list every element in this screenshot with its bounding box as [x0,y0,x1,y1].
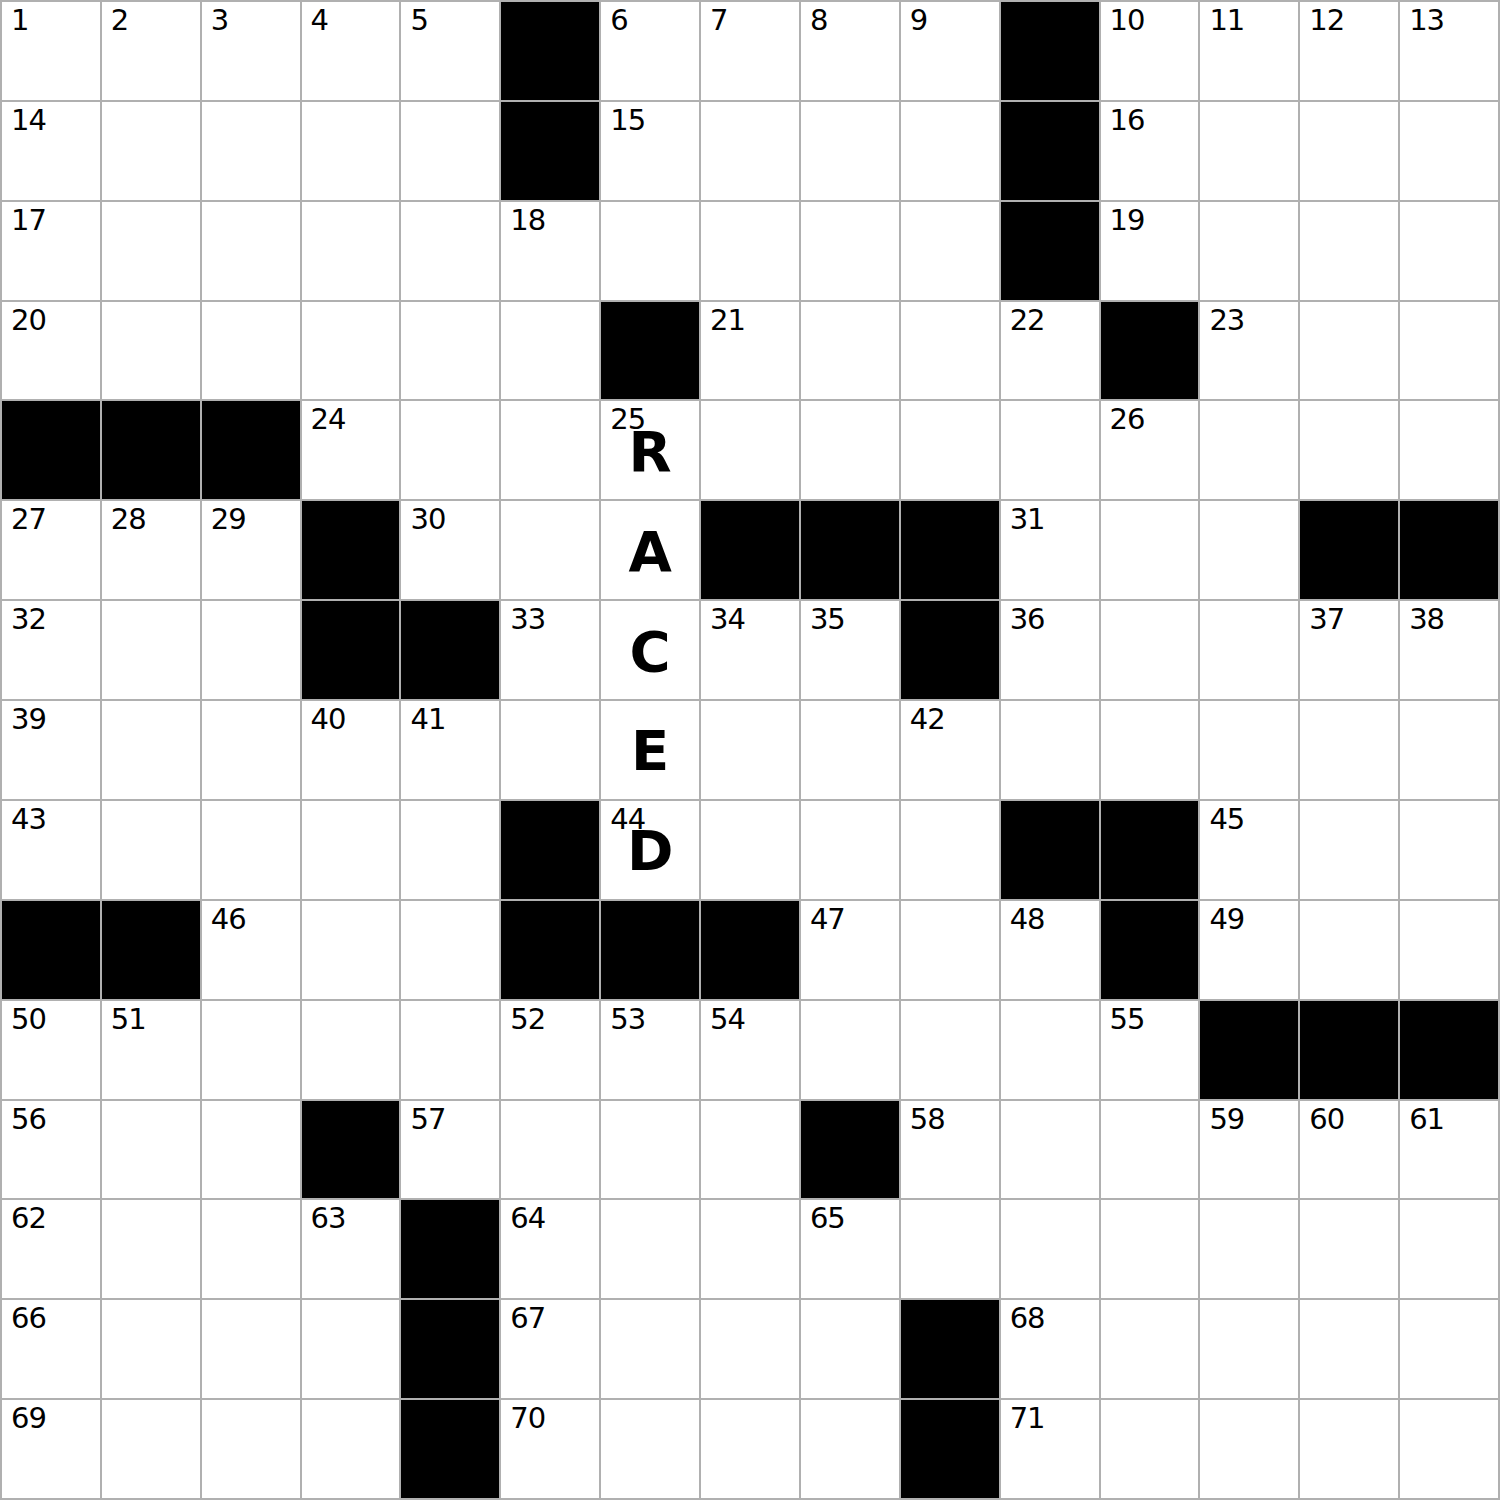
cell-r12c14[interactable]: 60 [1300,1101,1398,1199]
black-cell-r10c12 [1101,901,1199,999]
clue-number: 26 [1110,405,1145,434]
cell-r9c13[interactable]: 45 [1200,801,1298,899]
cell-r1c7[interactable]: 6 [601,2,699,100]
clue-number: 18 [510,206,545,235]
cell-r12c1[interactable]: 56 [2,1101,100,1199]
cell-r10c9[interactable]: 47 [801,901,899,999]
cell-r4c14[interactable] [1300,302,1398,400]
cell-r12c5[interactable]: 57 [401,1101,499,1199]
cell-r13c7[interactable] [601,1200,699,1298]
cell-r5c5[interactable] [401,401,499,499]
cell-r5c12[interactable]: 26 [1101,401,1199,499]
cell-r13c1[interactable]: 62 [2,1200,100,1298]
cell-r9c14[interactable] [1300,801,1398,899]
clue-number: 8 [810,6,827,35]
cell-r1c10[interactable]: 9 [901,2,999,100]
clue-number: 40 [311,705,346,734]
cell-r3c14[interactable] [1300,202,1398,300]
cell-r8c9[interactable] [801,701,899,799]
clue-number: 66 [11,1304,46,1333]
cell-r12c2[interactable] [102,1101,200,1199]
cell-r15c3[interactable] [202,1400,300,1498]
clue-number: 36 [1010,605,1045,634]
cell-r10c3[interactable]: 46 [202,901,300,999]
black-cell-r11c14 [1300,1001,1398,1099]
black-cell-r4c12 [1101,302,1199,400]
cell-r2c15[interactable] [1400,102,1498,200]
cell-r1c5[interactable]: 5 [401,2,499,100]
cell-r7c3[interactable] [202,601,300,699]
cell-letter: A [601,501,699,599]
cell-r10c13[interactable]: 49 [1200,901,1298,999]
clue-number: 52 [510,1005,545,1034]
cell-r13c2[interactable] [102,1200,200,1298]
cell-r1c2[interactable]: 2 [102,2,200,100]
cell-r2c5[interactable] [401,102,499,200]
clue-number: 60 [1309,1105,1344,1134]
cell-r3c2[interactable] [102,202,200,300]
cell-r8c4[interactable]: 40 [302,701,400,799]
cell-r5c4[interactable]: 24 [302,401,400,499]
cell-r4c6[interactable] [501,302,599,400]
cell-r6c5[interactable]: 30 [401,501,499,599]
clue-number: 41 [410,705,445,734]
clue-number: 10 [1110,6,1145,35]
cell-r7c11[interactable]: 36 [1001,601,1099,699]
cell-r7c13[interactable] [1200,601,1298,699]
cell-r11c2[interactable]: 51 [102,1001,200,1099]
cell-r3c10[interactable] [901,202,999,300]
clue-number: 34 [710,605,745,634]
cell-r14c12[interactable] [1101,1300,1199,1398]
clue-number: 61 [1409,1105,1444,1134]
cell-r1c3[interactable]: 3 [202,2,300,100]
cell-r11c4[interactable] [302,1001,400,1099]
cell-r3c12[interactable]: 19 [1101,202,1199,300]
cell-r15c11[interactable]: 71 [1001,1400,1099,1498]
cell-r15c14[interactable] [1300,1400,1398,1498]
cell-r15c13[interactable] [1200,1400,1298,1498]
cell-letter: C [601,601,699,699]
cell-r7c8[interactable]: 34 [701,601,799,699]
cell-r9c7[interactable]: 44D [601,801,699,899]
cell-r13c6[interactable]: 64 [501,1200,599,1298]
cell-r3c3[interactable] [202,202,300,300]
clue-number: 12 [1309,6,1344,35]
clue-number: 39 [11,705,46,734]
cell-r14c2[interactable] [102,1300,200,1398]
cell-r14c14[interactable] [1300,1300,1398,1398]
clue-number: 35 [810,605,845,634]
black-cell-r4c7 [601,302,699,400]
cell-r3c1[interactable]: 17 [2,202,100,300]
clue-number: 2 [111,6,128,35]
cell-r1c8[interactable]: 7 [701,2,799,100]
black-cell-r7c5 [401,601,499,699]
black-cell-r14c10 [901,1300,999,1398]
cell-r5c15[interactable] [1400,401,1498,499]
cell-r3c8[interactable] [701,202,799,300]
clue-number: 48 [1010,905,1045,934]
clue-number: 67 [510,1304,545,1333]
cell-r7c7[interactable]: C [601,601,699,699]
cell-r6c7[interactable]: A [601,501,699,599]
clue-number: 57 [410,1105,445,1134]
cell-r12c12[interactable] [1101,1101,1199,1199]
cell-r2c8[interactable] [701,102,799,200]
clue-number: 15 [610,106,645,135]
clue-number: 27 [11,505,46,534]
black-cell-r3c11 [1001,202,1099,300]
cell-r2c1[interactable]: 14 [2,102,100,200]
cell-r7c1[interactable]: 32 [2,601,100,699]
black-cell-r6c8 [701,501,799,599]
cell-r15c2[interactable] [102,1400,200,1498]
cell-r11c10[interactable] [901,1001,999,1099]
cell-r10c15[interactable] [1400,901,1498,999]
cell-r2c9[interactable] [801,102,899,200]
cell-r14c3[interactable] [202,1300,300,1398]
clue-number: 4 [311,6,328,35]
cell-r5c10[interactable] [901,401,999,499]
cell-letter: D [601,801,699,899]
cell-r3c6[interactable]: 18 [501,202,599,300]
cell-r15c12[interactable] [1101,1400,1199,1498]
cell-r1c1[interactable]: 1 [2,2,100,100]
cell-r6c12[interactable] [1101,501,1199,599]
crossword-board: 1234567891011121314151617181920212223242… [0,0,1500,1500]
cell-r14c9[interactable] [801,1300,899,1398]
clue-number: 16 [1110,106,1145,135]
cell-r2c7[interactable]: 15 [601,102,699,200]
cell-r1c9[interactable]: 8 [801,2,899,100]
cell-r1c4[interactable]: 4 [302,2,400,100]
cell-r13c14[interactable] [1300,1200,1398,1298]
clue-number: 11 [1209,6,1244,35]
cell-r5c9[interactable] [801,401,899,499]
clue-number: 7 [710,6,727,35]
cell-r12c11[interactable] [1001,1101,1099,1199]
cell-r6c13[interactable] [1200,501,1298,599]
cell-r9c9[interactable] [801,801,899,899]
cell-r2c3[interactable] [202,102,300,200]
black-cell-r2c6 [501,102,599,200]
clue-number: 29 [211,505,246,534]
cell-r10c10[interactable] [901,901,999,999]
cell-r3c7[interactable] [601,202,699,300]
clue-number: 70 [510,1404,545,1433]
cell-r8c11[interactable] [1001,701,1099,799]
cell-r12c7[interactable] [601,1101,699,1199]
cell-r5c6[interactable] [501,401,599,499]
clue-number: 21 [710,306,745,335]
cell-r8c7[interactable]: E [601,701,699,799]
cell-r2c4[interactable] [302,102,400,200]
cell-r7c15[interactable]: 38 [1400,601,1498,699]
cell-r3c9[interactable] [801,202,899,300]
cell-r15c7[interactable] [601,1400,699,1498]
cell-r4c3[interactable] [202,302,300,400]
cell-r14c7[interactable] [601,1300,699,1398]
clue-number: 13 [1409,6,1444,35]
cell-r8c10[interactable]: 42 [901,701,999,799]
cell-r3c13[interactable] [1200,202,1298,300]
cell-r4c11[interactable]: 22 [1001,302,1099,400]
cell-r4c15[interactable] [1400,302,1498,400]
black-cell-r6c14 [1300,501,1398,599]
cell-r9c10[interactable] [901,801,999,899]
cell-r5c13[interactable] [1200,401,1298,499]
black-cell-r5c1 [2,401,100,499]
cell-r13c3[interactable] [202,1200,300,1298]
cell-r9c3[interactable] [202,801,300,899]
cell-r4c10[interactable] [901,302,999,400]
clue-number: 3 [211,6,228,35]
clue-number: 31 [1010,505,1045,534]
clue-number: 58 [910,1105,945,1134]
cell-r14c8[interactable] [701,1300,799,1398]
black-cell-r5c2 [102,401,200,499]
clue-number: 54 [710,1005,745,1034]
cell-r9c4[interactable] [302,801,400,899]
clue-number: 68 [1010,1304,1045,1333]
black-cell-r9c6 [501,801,599,899]
cell-r6c1[interactable]: 27 [2,501,100,599]
cell-r11c9[interactable] [801,1001,899,1099]
cell-r6c6[interactable] [501,501,599,599]
cell-r8c13[interactable] [1200,701,1298,799]
black-cell-r5c3 [202,401,300,499]
black-cell-r1c6 [501,2,599,100]
cell-r11c7[interactable]: 53 [601,1001,699,1099]
cell-r3c5[interactable] [401,202,499,300]
clue-number: 62 [11,1204,46,1233]
clue-number: 59 [1209,1105,1244,1134]
cell-r15c15[interactable] [1400,1400,1498,1498]
cell-r10c14[interactable] [1300,901,1398,999]
cell-r13c13[interactable] [1200,1200,1298,1298]
cell-r2c10[interactable] [901,102,999,200]
cell-r8c5[interactable]: 41 [401,701,499,799]
black-cell-r10c1 [2,901,100,999]
black-cell-r10c6 [501,901,599,999]
cell-r8c6[interactable] [501,701,599,799]
black-cell-r13c5 [401,1200,499,1298]
clue-number: 6 [610,6,627,35]
cell-r4c4[interactable] [302,302,400,400]
black-cell-r7c4 [302,601,400,699]
cell-r11c6[interactable]: 52 [501,1001,599,1099]
cell-r14c13[interactable] [1200,1300,1298,1398]
cell-r11c12[interactable]: 55 [1101,1001,1199,1099]
black-cell-r10c7 [601,901,699,999]
cell-r7c9[interactable]: 35 [801,601,899,699]
cell-r15c4[interactable] [302,1400,400,1498]
cell-r5c7[interactable]: 25R [601,401,699,499]
cell-r1c14[interactable]: 12 [1300,2,1398,100]
clue-number: 9 [910,6,927,35]
cell-r12c8[interactable] [701,1101,799,1199]
cell-r11c1[interactable]: 50 [2,1001,100,1099]
black-cell-r12c4 [302,1101,400,1199]
cell-r6c11[interactable]: 31 [1001,501,1099,599]
cell-r9c5[interactable] [401,801,499,899]
cell-r10c4[interactable] [302,901,400,999]
cell-r14c1[interactable]: 66 [2,1300,100,1398]
clue-number: 49 [1209,905,1244,934]
cell-r9c15[interactable] [1400,801,1498,899]
cell-r4c13[interactable]: 23 [1200,302,1298,400]
cell-letter: E [601,701,699,799]
cell-r13c11[interactable] [1001,1200,1099,1298]
clue-number: 23 [1209,306,1244,335]
cell-letter: R [601,401,699,499]
clue-number: 30 [410,505,445,534]
black-cell-r10c2 [102,901,200,999]
clue-number: 47 [810,905,845,934]
clue-number: 1 [11,6,28,35]
black-cell-r15c5 [401,1400,499,1498]
cell-r11c5[interactable] [401,1001,499,1099]
cell-r11c8[interactable]: 54 [701,1001,799,1099]
black-cell-r15c10 [901,1400,999,1498]
clue-number: 64 [510,1204,545,1233]
cell-r12c3[interactable] [202,1101,300,1199]
cell-r2c14[interactable] [1300,102,1398,200]
clue-number: 19 [1110,206,1145,235]
clue-number: 37 [1309,605,1344,634]
clue-number: 53 [610,1005,645,1034]
cell-r1c12[interactable]: 10 [1101,2,1199,100]
cell-r9c8[interactable] [701,801,799,899]
cell-r7c6[interactable]: 33 [501,601,599,699]
black-cell-r14c5 [401,1300,499,1398]
cell-r8c15[interactable] [1400,701,1498,799]
cell-r12c10[interactable]: 58 [901,1101,999,1199]
clue-number: 43 [11,805,46,834]
cell-r1c15[interactable]: 13 [1400,2,1498,100]
cell-r2c13[interactable] [1200,102,1298,200]
clue-number: 17 [11,206,46,235]
clue-number: 56 [11,1105,46,1134]
cell-r13c10[interactable] [901,1200,999,1298]
clue-number: 71 [1010,1404,1045,1433]
black-cell-r6c10 [901,501,999,599]
clue-number: 69 [11,1404,46,1433]
black-cell-r7c10 [901,601,999,699]
cell-r11c11[interactable] [1001,1001,1099,1099]
cell-r8c1[interactable]: 39 [2,701,100,799]
clue-number: 50 [11,1005,46,1034]
cell-r15c9[interactable] [801,1400,899,1498]
cell-r15c6[interactable]: 70 [501,1400,599,1498]
cell-r14c6[interactable]: 67 [501,1300,599,1398]
clue-number: 32 [11,605,46,634]
cell-r10c11[interactable]: 48 [1001,901,1099,999]
cell-r7c14[interactable]: 37 [1300,601,1398,699]
black-cell-r9c12 [1101,801,1199,899]
cell-r5c11[interactable] [1001,401,1099,499]
clue-number: 22 [1010,306,1045,335]
cell-r13c4[interactable]: 63 [302,1200,400,1298]
clue-number: 42 [910,705,945,734]
cell-r13c12[interactable] [1101,1200,1199,1298]
clue-number: 55 [1110,1005,1145,1034]
cell-r5c8[interactable] [701,401,799,499]
cell-r14c15[interactable] [1400,1300,1498,1398]
cell-r12c15[interactable]: 61 [1400,1101,1498,1199]
cell-r6c2[interactable]: 28 [102,501,200,599]
cell-r3c15[interactable] [1400,202,1498,300]
clue-number: 65 [810,1204,845,1233]
cell-r8c3[interactable] [202,701,300,799]
cell-r2c2[interactable] [102,102,200,200]
cell-r6c3[interactable]: 29 [202,501,300,599]
cell-r15c8[interactable] [701,1400,799,1498]
cell-r13c9[interactable]: 65 [801,1200,899,1298]
cell-r12c13[interactable]: 59 [1200,1101,1298,1199]
black-cell-r1c11 [1001,2,1099,100]
black-cell-r6c4 [302,501,400,599]
clue-number: 38 [1409,605,1444,634]
cell-r4c5[interactable] [401,302,499,400]
cell-r14c11[interactable]: 68 [1001,1300,1099,1398]
cell-r9c2[interactable] [102,801,200,899]
cell-r1c13[interactable]: 11 [1200,2,1298,100]
black-cell-r6c9 [801,501,899,599]
clue-number: 51 [111,1005,146,1034]
clue-number: 28 [111,505,146,534]
cell-r11c3[interactable] [202,1001,300,1099]
clue-number: 20 [11,306,46,335]
cell-r4c8[interactable]: 21 [701,302,799,400]
cell-r15c1[interactable]: 69 [2,1400,100,1498]
clue-number: 45 [1209,805,1244,834]
cell-r12c6[interactable] [501,1101,599,1199]
cell-r4c2[interactable] [102,302,200,400]
black-cell-r6c15 [1400,501,1498,599]
black-cell-r10c8 [701,901,799,999]
black-cell-r9c11 [1001,801,1099,899]
cell-r13c8[interactable] [701,1200,799,1298]
clue-number: 5 [410,6,427,35]
clue-number: 14 [11,106,46,135]
clue-number: 24 [311,405,346,434]
cell-r7c2[interactable] [102,601,200,699]
cell-r4c9[interactable] [801,302,899,400]
clue-number: 46 [211,905,246,934]
black-cell-r11c15 [1400,1001,1498,1099]
cell-r8c12[interactable] [1101,701,1199,799]
cell-r8c8[interactable] [701,701,799,799]
black-cell-r2c11 [1001,102,1099,200]
clue-number: 33 [510,605,545,634]
cell-r13c15[interactable] [1400,1200,1498,1298]
clue-number: 63 [311,1204,346,1233]
cell-r2c12[interactable]: 16 [1101,102,1199,200]
cell-r4c1[interactable]: 20 [2,302,100,400]
cell-r7c12[interactable] [1101,601,1199,699]
cell-r3c4[interactable] [302,202,400,300]
cell-r10c5[interactable] [401,901,499,999]
cell-r5c14[interactable] [1300,401,1398,499]
cell-r8c14[interactable] [1300,701,1398,799]
black-cell-r11c13 [1200,1001,1298,1099]
cell-r8c2[interactable] [102,701,200,799]
cell-r14c4[interactable] [302,1300,400,1398]
cell-r9c1[interactable]: 43 [2,801,100,899]
black-cell-r12c9 [801,1101,899,1199]
